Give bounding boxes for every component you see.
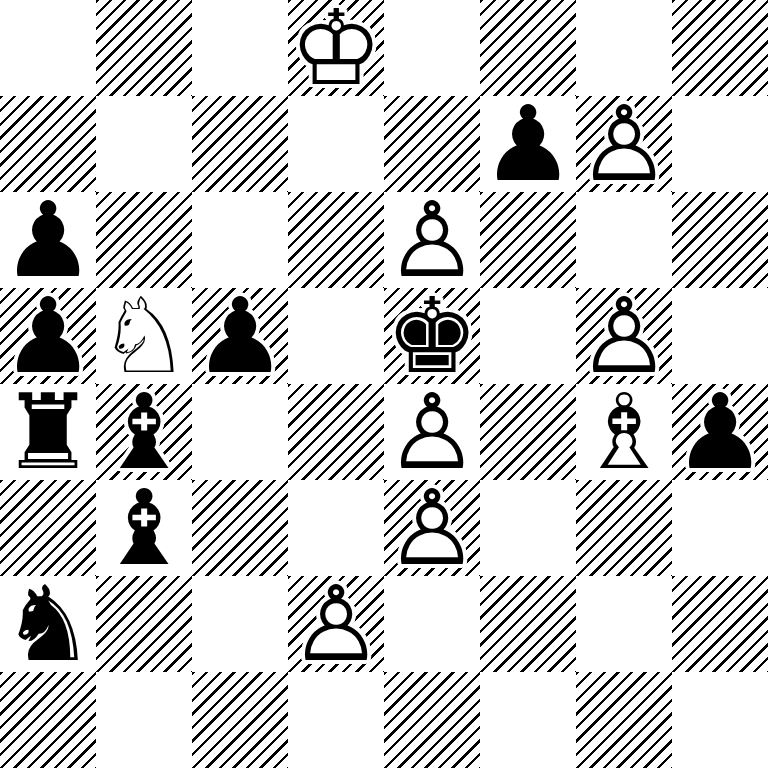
square-d7[interactable] bbox=[288, 96, 384, 192]
white-pawn-halo: ♟ bbox=[576, 96, 672, 192]
black-pawn-icon: ♟ bbox=[0, 288, 96, 384]
square-b4[interactable]: ♝♝ bbox=[96, 384, 192, 480]
square-g8[interactable] bbox=[576, 0, 672, 96]
square-c3[interactable] bbox=[192, 480, 288, 576]
square-f3[interactable] bbox=[480, 480, 576, 576]
square-d3[interactable] bbox=[288, 480, 384, 576]
square-f8[interactable] bbox=[480, 0, 576, 96]
black-pawn-icon: ♟ bbox=[480, 96, 576, 192]
black-pawn-icon: ♟ bbox=[192, 288, 288, 384]
square-b6[interactable] bbox=[96, 192, 192, 288]
square-g7[interactable]: ♟♙ bbox=[576, 96, 672, 192]
square-a3[interactable] bbox=[0, 480, 96, 576]
square-f6[interactable] bbox=[480, 192, 576, 288]
black-rook-icon: ♜ bbox=[0, 384, 96, 480]
square-a8[interactable] bbox=[0, 0, 96, 96]
black-pawn-halo: ♟ bbox=[192, 288, 288, 384]
square-e2[interactable] bbox=[384, 576, 480, 672]
black-bishop-halo: ♝ bbox=[96, 384, 192, 480]
square-g4[interactable]: ♝♗ bbox=[576, 384, 672, 480]
square-g1[interactable] bbox=[576, 672, 672, 768]
square-c4[interactable] bbox=[192, 384, 288, 480]
square-f4[interactable] bbox=[480, 384, 576, 480]
white-pawn-halo: ♟ bbox=[384, 480, 480, 576]
black-pawn-halo: ♟ bbox=[480, 96, 576, 192]
square-d5[interactable] bbox=[288, 288, 384, 384]
white-knight-icon: ♘ bbox=[96, 288, 192, 384]
black-bishop-halo: ♝ bbox=[96, 480, 192, 576]
black-pawn-icon: ♟ bbox=[672, 384, 768, 480]
white-king-halo: ♚ bbox=[288, 0, 384, 96]
white-bishop-halo: ♝ bbox=[576, 384, 672, 480]
white-pawn-icon: ♙ bbox=[384, 480, 480, 576]
square-h2[interactable] bbox=[672, 576, 768, 672]
white-pawn-halo: ♟ bbox=[384, 192, 480, 288]
white-knight-halo: ♞ bbox=[96, 288, 192, 384]
white-pawn-icon: ♙ bbox=[576, 288, 672, 384]
square-b1[interactable] bbox=[96, 672, 192, 768]
square-b2[interactable] bbox=[96, 576, 192, 672]
square-h3[interactable] bbox=[672, 480, 768, 576]
square-g6[interactable] bbox=[576, 192, 672, 288]
black-pawn-halo: ♟ bbox=[0, 288, 96, 384]
chessboard: ♚♔♟♟♟♙♟♟♟♙♟♟♞♘♟♟♚♚♟♙♜♜♝♝♟♙♝♗♟♟♝♝♟♙♞♞♟♙ bbox=[0, 0, 768, 768]
square-g5[interactable]: ♟♙ bbox=[576, 288, 672, 384]
black-pawn-halo: ♟ bbox=[0, 192, 96, 288]
square-c6[interactable] bbox=[192, 192, 288, 288]
square-f7[interactable]: ♟♟ bbox=[480, 96, 576, 192]
square-c5[interactable]: ♟♟ bbox=[192, 288, 288, 384]
square-a7[interactable] bbox=[0, 96, 96, 192]
square-h7[interactable] bbox=[672, 96, 768, 192]
square-g2[interactable] bbox=[576, 576, 672, 672]
square-b7[interactable] bbox=[96, 96, 192, 192]
white-pawn-icon: ♙ bbox=[576, 96, 672, 192]
white-pawn-icon: ♙ bbox=[288, 576, 384, 672]
square-b8[interactable] bbox=[96, 0, 192, 96]
square-h8[interactable] bbox=[672, 0, 768, 96]
square-h1[interactable] bbox=[672, 672, 768, 768]
square-b5[interactable]: ♞♘ bbox=[96, 288, 192, 384]
white-pawn-icon: ♙ bbox=[384, 384, 480, 480]
square-a2[interactable]: ♞♞ bbox=[0, 576, 96, 672]
square-f1[interactable] bbox=[480, 672, 576, 768]
square-e8[interactable] bbox=[384, 0, 480, 96]
white-king-icon: ♔ bbox=[288, 0, 384, 96]
square-e4[interactable]: ♟♙ bbox=[384, 384, 480, 480]
square-c2[interactable] bbox=[192, 576, 288, 672]
square-d2[interactable]: ♟♙ bbox=[288, 576, 384, 672]
square-c8[interactable] bbox=[192, 0, 288, 96]
square-d8[interactable]: ♚♔ bbox=[288, 0, 384, 96]
black-pawn-icon: ♟ bbox=[0, 192, 96, 288]
square-a1[interactable] bbox=[0, 672, 96, 768]
square-c7[interactable] bbox=[192, 96, 288, 192]
black-bishop-icon: ♝ bbox=[96, 480, 192, 576]
square-e7[interactable] bbox=[384, 96, 480, 192]
square-g3[interactable] bbox=[576, 480, 672, 576]
black-king-icon: ♚ bbox=[384, 288, 480, 384]
square-a6[interactable]: ♟♟ bbox=[0, 192, 96, 288]
square-f2[interactable] bbox=[480, 576, 576, 672]
black-knight-icon: ♞ bbox=[0, 576, 96, 672]
square-a5[interactable]: ♟♟ bbox=[0, 288, 96, 384]
square-e6[interactable]: ♟♙ bbox=[384, 192, 480, 288]
square-e1[interactable] bbox=[384, 672, 480, 768]
square-h6[interactable] bbox=[672, 192, 768, 288]
black-bishop-icon: ♝ bbox=[96, 384, 192, 480]
square-d6[interactable] bbox=[288, 192, 384, 288]
white-pawn-halo: ♟ bbox=[384, 384, 480, 480]
square-b3[interactable]: ♝♝ bbox=[96, 480, 192, 576]
square-e3[interactable]: ♟♙ bbox=[384, 480, 480, 576]
black-knight-halo: ♞ bbox=[0, 576, 96, 672]
black-rook-halo: ♜ bbox=[0, 384, 96, 480]
square-h5[interactable] bbox=[672, 288, 768, 384]
black-king-halo: ♚ bbox=[384, 288, 480, 384]
square-d4[interactable] bbox=[288, 384, 384, 480]
square-a4[interactable]: ♜♜ bbox=[0, 384, 96, 480]
square-d1[interactable] bbox=[288, 672, 384, 768]
square-f5[interactable] bbox=[480, 288, 576, 384]
white-pawn-icon: ♙ bbox=[384, 192, 480, 288]
black-pawn-halo: ♟ bbox=[672, 384, 768, 480]
white-pawn-halo: ♟ bbox=[576, 288, 672, 384]
square-c1[interactable] bbox=[192, 672, 288, 768]
white-bishop-icon: ♗ bbox=[576, 384, 672, 480]
square-h4[interactable]: ♟♟ bbox=[672, 384, 768, 480]
white-pawn-halo: ♟ bbox=[288, 576, 384, 672]
square-e5[interactable]: ♚♚ bbox=[384, 288, 480, 384]
